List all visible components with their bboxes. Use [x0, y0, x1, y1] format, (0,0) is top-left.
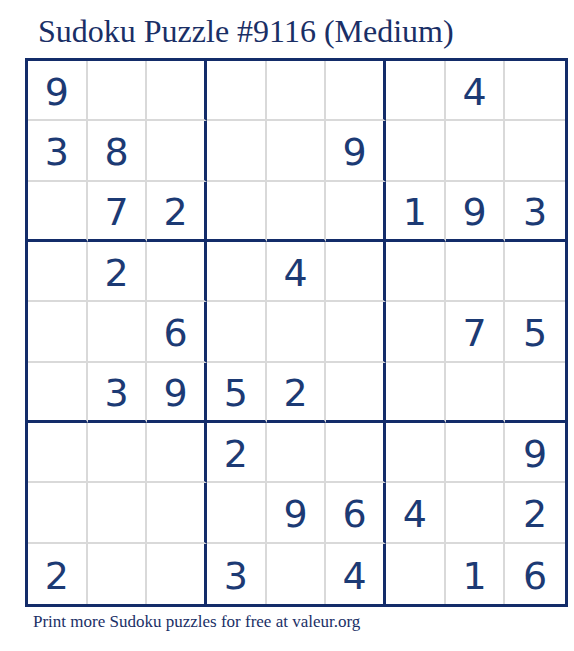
cell-r6c4: 5 [207, 363, 267, 423]
cell-r7c7 [386, 423, 446, 483]
cell-r7c9: 9 [505, 423, 565, 483]
cell-r4c5: 4 [267, 242, 327, 302]
cell-r2c7 [386, 121, 446, 181]
cell-r4c8 [446, 242, 506, 302]
cell-r5c3: 6 [147, 302, 207, 362]
cell-r6c1 [28, 363, 88, 423]
cell-r2c4 [207, 121, 267, 181]
cell-r5c6 [326, 302, 386, 362]
cell-r3c7: 1 [386, 182, 446, 242]
cell-r9c1: 2 [28, 544, 88, 604]
cell-r7c3 [147, 423, 207, 483]
cell-r9c4: 3 [207, 544, 267, 604]
cell-r6c3: 9 [147, 363, 207, 423]
page-title: Sudoku Puzzle #9116 (Medium) [38, 13, 454, 50]
cell-r9c7 [386, 544, 446, 604]
cell-r6c2: 3 [88, 363, 148, 423]
cell-r4c1 [28, 242, 88, 302]
cell-r9c6: 4 [326, 544, 386, 604]
cell-r3c1 [28, 182, 88, 242]
cell-r9c3 [147, 544, 207, 604]
cell-r7c6 [326, 423, 386, 483]
footer-text: Print more Sudoku puzzles for free at va… [33, 612, 360, 632]
cell-r9c8: 1 [446, 544, 506, 604]
cell-r1c5 [267, 61, 327, 121]
cell-r5c5 [267, 302, 327, 362]
cell-r2c3 [147, 121, 207, 181]
cell-r6c9 [505, 363, 565, 423]
cell-r2c9 [505, 121, 565, 181]
cell-r2c8 [446, 121, 506, 181]
cell-r1c3 [147, 61, 207, 121]
cell-r9c2 [88, 544, 148, 604]
cell-r3c4 [207, 182, 267, 242]
cell-r4c9 [505, 242, 565, 302]
cell-r2c2: 8 [88, 121, 148, 181]
cell-r2c5 [267, 121, 327, 181]
cell-r1c9 [505, 61, 565, 121]
cell-r1c8: 4 [446, 61, 506, 121]
cell-r8c5: 9 [267, 483, 327, 543]
cell-r1c1: 9 [28, 61, 88, 121]
cell-r8c6: 6 [326, 483, 386, 543]
cell-r8c8 [446, 483, 506, 543]
cell-r4c6 [326, 242, 386, 302]
cell-r2c6: 9 [326, 121, 386, 181]
cell-r1c6 [326, 61, 386, 121]
cell-r8c1 [28, 483, 88, 543]
cell-r8c3 [147, 483, 207, 543]
cell-r1c2 [88, 61, 148, 121]
cell-r5c9: 5 [505, 302, 565, 362]
cell-r7c2 [88, 423, 148, 483]
cell-r3c6 [326, 182, 386, 242]
cell-r4c7 [386, 242, 446, 302]
cell-r5c7 [386, 302, 446, 362]
cell-r6c8 [446, 363, 506, 423]
cell-r4c4 [207, 242, 267, 302]
cell-r8c7: 4 [386, 483, 446, 543]
cell-r3c3: 2 [147, 182, 207, 242]
cell-r5c1 [28, 302, 88, 362]
cell-r1c4 [207, 61, 267, 121]
cell-r3c2: 7 [88, 182, 148, 242]
cell-r5c8: 7 [446, 302, 506, 362]
cell-r6c6 [326, 363, 386, 423]
cell-r5c2 [88, 302, 148, 362]
cell-r3c8: 9 [446, 182, 506, 242]
cell-r3c5 [267, 182, 327, 242]
cell-r4c3 [147, 242, 207, 302]
cell-r7c4: 2 [207, 423, 267, 483]
cell-r9c9: 6 [505, 544, 565, 604]
cell-r5c4 [207, 302, 267, 362]
sudoku-board: 943897219324675395229964223416 [25, 58, 568, 607]
cell-r6c5: 2 [267, 363, 327, 423]
cell-r7c5 [267, 423, 327, 483]
cell-r2c1: 3 [28, 121, 88, 181]
cell-r7c1 [28, 423, 88, 483]
cell-r8c9: 2 [505, 483, 565, 543]
cell-r4c2: 2 [88, 242, 148, 302]
cell-r1c7 [386, 61, 446, 121]
cell-r6c7 [386, 363, 446, 423]
cell-r8c4 [207, 483, 267, 543]
cell-r3c9: 3 [505, 182, 565, 242]
cell-r9c5 [267, 544, 327, 604]
page: Sudoku Puzzle #9116 (Medium) 94389721932… [0, 0, 574, 651]
cell-r8c2 [88, 483, 148, 543]
cell-r7c8 [446, 423, 506, 483]
